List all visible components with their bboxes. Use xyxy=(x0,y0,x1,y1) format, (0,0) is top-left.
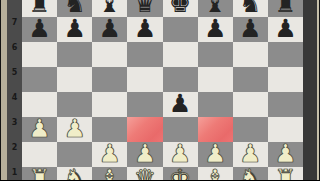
square-a6[interactable] xyxy=(22,42,57,67)
square-e6[interactable] xyxy=(163,42,198,67)
square-b5[interactable] xyxy=(57,67,92,92)
square-b6[interactable] xyxy=(57,42,92,67)
square-b3[interactable]: ♟ xyxy=(57,117,92,142)
square-c4[interactable] xyxy=(92,92,127,117)
square-f7[interactable]: ♟ xyxy=(198,17,233,42)
square-c7[interactable]: ♟ xyxy=(92,17,127,42)
chess-board: ♜♞♝♛♚♝♞♜♟♟♟♟♟♟♟♟♟♟♟♟♟♟♟♟♜♞♝♛♚♝♞♜ xyxy=(22,0,303,180)
black-pawn: ♟ xyxy=(274,16,296,41)
white-pawn: ♟ xyxy=(169,141,191,166)
rank-label-7: 7 xyxy=(7,18,22,28)
square-h4[interactable] xyxy=(268,92,303,117)
black-pawn: ♟ xyxy=(63,16,85,41)
black-pawn: ♟ xyxy=(28,16,50,41)
rank-label-6: 6 xyxy=(7,43,22,53)
chess-board-screenshot: 87654321 ♜♞♝♛♚♝♞♜♟♟♟♟♟♟♟♟♟♟♟♟♟♟♟♟♜♞♝♛♚♝♞… xyxy=(0,0,320,180)
white-pawn: ♟ xyxy=(239,141,261,166)
square-f6[interactable] xyxy=(198,42,233,67)
white-rook: ♜ xyxy=(274,166,296,181)
rank-label-strip: 87654321 xyxy=(7,0,22,180)
white-king: ♚ xyxy=(169,166,191,181)
square-g5[interactable] xyxy=(233,67,268,92)
white-queen: ♛ xyxy=(134,166,156,181)
white-pawn: ♟ xyxy=(274,141,296,166)
square-g1[interactable]: ♞ xyxy=(233,167,268,180)
rank-label-5: 5 xyxy=(7,68,22,78)
white-pawn: ♟ xyxy=(28,116,50,141)
square-g4[interactable] xyxy=(233,92,268,117)
square-f5[interactable] xyxy=(198,67,233,92)
white-pawn: ♟ xyxy=(63,116,85,141)
square-a3[interactable]: ♟ xyxy=(22,117,57,142)
frame-strip-right xyxy=(303,0,317,180)
square-c6[interactable] xyxy=(92,42,127,67)
square-h5[interactable] xyxy=(268,67,303,92)
square-b7[interactable]: ♟ xyxy=(57,17,92,42)
square-e8[interactable]: ♚ xyxy=(163,0,198,17)
white-bishop: ♝ xyxy=(99,166,121,181)
square-f1[interactable]: ♝ xyxy=(198,167,233,180)
square-h1[interactable]: ♜ xyxy=(268,167,303,180)
square-e7[interactable] xyxy=(163,17,198,42)
square-d6[interactable] xyxy=(127,42,162,67)
square-e4[interactable]: ♟ xyxy=(163,92,198,117)
square-a1[interactable]: ♜ xyxy=(22,167,57,180)
rank-label-2: 2 xyxy=(7,143,22,153)
square-a7[interactable]: ♟ xyxy=(22,17,57,42)
rank-label-8: 8 xyxy=(7,0,22,3)
rank-label-3: 3 xyxy=(7,118,22,128)
white-pawn: ♟ xyxy=(204,141,226,166)
black-pawn: ♟ xyxy=(99,16,121,41)
white-rook: ♜ xyxy=(28,166,50,181)
black-pawn: ♟ xyxy=(239,16,261,41)
rank-label-1: 1 xyxy=(7,168,22,178)
white-bishop: ♝ xyxy=(204,166,226,181)
rank-label-4: 4 xyxy=(7,93,22,103)
square-d1[interactable]: ♛ xyxy=(127,167,162,180)
square-c1[interactable]: ♝ xyxy=(92,167,127,180)
square-c5[interactable] xyxy=(92,67,127,92)
square-h6[interactable] xyxy=(268,42,303,67)
black-pawn: ♟ xyxy=(134,16,156,41)
square-g7[interactable]: ♟ xyxy=(233,17,268,42)
square-h7[interactable]: ♟ xyxy=(268,17,303,42)
white-knight: ♞ xyxy=(63,166,85,181)
square-b1[interactable]: ♞ xyxy=(57,167,92,180)
white-pawn: ♟ xyxy=(134,141,156,166)
square-d7[interactable]: ♟ xyxy=(127,17,162,42)
white-knight: ♞ xyxy=(239,166,261,181)
square-a5[interactable] xyxy=(22,67,57,92)
square-d4[interactable] xyxy=(127,92,162,117)
square-d5[interactable] xyxy=(127,67,162,92)
white-pawn: ♟ xyxy=(99,141,121,166)
black-king: ♚ xyxy=(169,0,191,16)
black-pawn: ♟ xyxy=(169,91,191,116)
square-g6[interactable] xyxy=(233,42,268,67)
square-e1[interactable]: ♚ xyxy=(163,167,198,180)
black-pawn: ♟ xyxy=(204,16,226,41)
square-f4[interactable] xyxy=(198,92,233,117)
